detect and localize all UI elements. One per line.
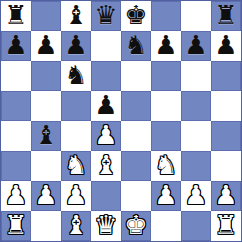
square-a7[interactable]: ♟: [1, 31, 31, 61]
piece-black-pawn[interactable]: ♟: [4, 32, 27, 58]
piece-white-pawn[interactable]: ♟: [94, 122, 117, 148]
square-b1[interactable]: [31, 211, 61, 241]
square-f6[interactable]: [151, 61, 181, 91]
piece-black-queen[interactable]: ♛: [94, 2, 117, 28]
square-b3[interactable]: [31, 151, 61, 181]
piece-white-rook[interactable]: ♜: [4, 212, 27, 238]
square-h6[interactable]: [211, 61, 241, 91]
chess-board: ♜♝♛♚♜♟♟♟♞♟♟♟♞♟♝♟♞♝♞♟♟♟♟♟♟♜♝♛♚♜: [0, 0, 242, 242]
square-c4[interactable]: [61, 121, 91, 151]
piece-black-knight[interactable]: ♞: [124, 32, 147, 58]
square-f1[interactable]: [151, 211, 181, 241]
square-c1[interactable]: ♝: [61, 211, 91, 241]
piece-white-pawn[interactable]: ♟: [64, 182, 87, 208]
piece-white-rook[interactable]: ♜: [214, 212, 237, 238]
piece-black-bishop[interactable]: ♝: [34, 122, 57, 148]
square-g2[interactable]: ♟: [181, 181, 211, 211]
piece-black-rook[interactable]: ♜: [4, 2, 27, 28]
square-c6[interactable]: ♞: [61, 61, 91, 91]
square-g7[interactable]: ♟: [181, 31, 211, 61]
square-b4[interactable]: ♝: [31, 121, 61, 151]
square-d1[interactable]: ♛: [91, 211, 121, 241]
piece-white-knight[interactable]: ♞: [64, 152, 87, 178]
square-b6[interactable]: [31, 61, 61, 91]
piece-white-pawn[interactable]: ♟: [4, 182, 27, 208]
piece-white-bishop[interactable]: ♝: [64, 212, 87, 238]
square-e8[interactable]: ♚: [121, 1, 151, 31]
piece-white-queen[interactable]: ♛: [94, 212, 117, 238]
square-a4[interactable]: [1, 121, 31, 151]
square-h1[interactable]: ♜: [211, 211, 241, 241]
piece-black-pawn[interactable]: ♟: [94, 92, 117, 118]
square-d6[interactable]: [91, 61, 121, 91]
square-a1[interactable]: ♜: [1, 211, 31, 241]
square-d5[interactable]: ♟: [91, 91, 121, 121]
square-h7[interactable]: ♟: [211, 31, 241, 61]
square-d2[interactable]: [91, 181, 121, 211]
square-g1[interactable]: [181, 211, 211, 241]
square-g5[interactable]: [181, 91, 211, 121]
square-e2[interactable]: [121, 181, 151, 211]
piece-black-pawn[interactable]: ♟: [154, 32, 177, 58]
square-g3[interactable]: [181, 151, 211, 181]
square-d3[interactable]: ♝: [91, 151, 121, 181]
piece-black-pawn[interactable]: ♟: [214, 32, 237, 58]
square-f2[interactable]: ♟: [151, 181, 181, 211]
piece-white-pawn[interactable]: ♟: [184, 182, 207, 208]
piece-black-king[interactable]: ♚: [124, 2, 147, 28]
square-h4[interactable]: [211, 121, 241, 151]
piece-black-pawn[interactable]: ♟: [64, 32, 87, 58]
chess-app: ♜♝♛♚♜♟♟♟♞♟♟♟♞♟♝♟♞♝♞♟♟♟♟♟♟♜♝♛♚♜: [0, 0, 242, 242]
square-e6[interactable]: [121, 61, 151, 91]
square-f3[interactable]: ♞: [151, 151, 181, 181]
piece-white-pawn[interactable]: ♟: [34, 182, 57, 208]
square-c2[interactable]: ♟: [61, 181, 91, 211]
square-c5[interactable]: [61, 91, 91, 121]
square-g8[interactable]: [181, 1, 211, 31]
square-b5[interactable]: [31, 91, 61, 121]
square-c7[interactable]: ♟: [61, 31, 91, 61]
piece-white-bishop[interactable]: ♝: [94, 152, 117, 178]
square-b7[interactable]: ♟: [31, 31, 61, 61]
square-e4[interactable]: [121, 121, 151, 151]
square-e3[interactable]: [121, 151, 151, 181]
square-g6[interactable]: [181, 61, 211, 91]
piece-black-knight[interactable]: ♞: [64, 62, 87, 88]
square-a3[interactable]: [1, 151, 31, 181]
square-d8[interactable]: ♛: [91, 1, 121, 31]
square-h2[interactable]: ♟: [211, 181, 241, 211]
square-d7[interactable]: [91, 31, 121, 61]
square-c3[interactable]: ♞: [61, 151, 91, 181]
piece-black-pawn[interactable]: ♟: [34, 32, 57, 58]
piece-black-rook[interactable]: ♜: [214, 2, 237, 28]
square-f5[interactable]: [151, 91, 181, 121]
piece-black-pawn[interactable]: ♟: [184, 32, 207, 58]
square-f4[interactable]: [151, 121, 181, 151]
square-e7[interactable]: ♞: [121, 31, 151, 61]
square-h8[interactable]: ♜: [211, 1, 241, 31]
square-f8[interactable]: [151, 1, 181, 31]
square-e1[interactable]: ♚: [121, 211, 151, 241]
piece-white-knight[interactable]: ♞: [154, 152, 177, 178]
square-a6[interactable]: [1, 61, 31, 91]
square-a2[interactable]: ♟: [1, 181, 31, 211]
square-d4[interactable]: ♟: [91, 121, 121, 151]
piece-white-king[interactable]: ♚: [124, 212, 147, 238]
square-b8[interactable]: [31, 1, 61, 31]
square-e5[interactable]: [121, 91, 151, 121]
piece-white-pawn[interactable]: ♟: [214, 182, 237, 208]
square-b2[interactable]: ♟: [31, 181, 61, 211]
square-g4[interactable]: [181, 121, 211, 151]
square-h3[interactable]: [211, 151, 241, 181]
square-c8[interactable]: ♝: [61, 1, 91, 31]
piece-white-pawn[interactable]: ♟: [154, 182, 177, 208]
square-f7[interactable]: ♟: [151, 31, 181, 61]
square-h5[interactable]: [211, 91, 241, 121]
square-a5[interactable]: [1, 91, 31, 121]
square-a8[interactable]: ♜: [1, 1, 31, 31]
piece-black-bishop[interactable]: ♝: [64, 2, 87, 28]
